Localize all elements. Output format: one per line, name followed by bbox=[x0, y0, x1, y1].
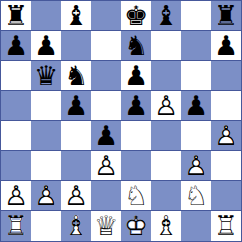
square-h5[interactable] bbox=[211, 91, 241, 121]
square-a1[interactable]: ♜♖ bbox=[1, 211, 31, 241]
square-c4[interactable] bbox=[61, 121, 91, 151]
square-b5[interactable] bbox=[31, 91, 61, 121]
square-b3[interactable] bbox=[31, 151, 61, 181]
square-d4[interactable]: ♟ bbox=[91, 121, 121, 151]
square-h2[interactable] bbox=[211, 181, 241, 211]
piece-white-bishop: ♝♗ bbox=[61, 211, 91, 241]
square-f7[interactable] bbox=[151, 31, 181, 61]
square-b2[interactable]: ♟♙ bbox=[31, 181, 61, 211]
square-h1[interactable]: ♜♖ bbox=[211, 211, 241, 241]
piece-white-queen: ♛♕ bbox=[91, 211, 121, 241]
square-a8[interactable]: ♜ bbox=[1, 1, 31, 31]
square-h8[interactable]: ♜ bbox=[211, 1, 241, 31]
square-h3[interactable] bbox=[211, 151, 241, 181]
square-c7[interactable] bbox=[61, 31, 91, 61]
piece-outline-layer: ♖ bbox=[214, 211, 238, 241]
square-a6[interactable] bbox=[1, 61, 31, 91]
square-f3[interactable] bbox=[151, 151, 181, 181]
square-e4[interactable] bbox=[121, 121, 151, 151]
piece-white-pawn: ♟♙ bbox=[91, 151, 121, 181]
square-g1[interactable] bbox=[181, 211, 211, 241]
piece-white-pawn: ♟♙ bbox=[31, 181, 61, 211]
piece-white-rook: ♜♖ bbox=[211, 211, 241, 241]
piece-black-rook: ♜ bbox=[211, 1, 241, 31]
square-d2[interactable] bbox=[91, 181, 121, 211]
square-b1[interactable] bbox=[31, 211, 61, 241]
square-d1[interactable]: ♛♕ bbox=[91, 211, 121, 241]
piece-outline-layer: ♘ bbox=[184, 181, 208, 211]
piece-black-pawn: ♟ bbox=[121, 91, 151, 121]
piece-black-pawn: ♟ bbox=[91, 121, 121, 151]
square-c3[interactable] bbox=[61, 151, 91, 181]
square-e5[interactable]: ♟ bbox=[121, 91, 151, 121]
square-f5[interactable]: ♟♙ bbox=[151, 91, 181, 121]
piece-white-king: ♚♔ bbox=[121, 211, 151, 241]
square-a7[interactable]: ♟ bbox=[1, 31, 31, 61]
square-c6[interactable]: ♞ bbox=[61, 61, 91, 91]
square-f4[interactable] bbox=[151, 121, 181, 151]
piece-black-pawn: ♟ bbox=[181, 91, 211, 121]
piece-outline-layer: ♙ bbox=[214, 121, 238, 151]
square-c5[interactable]: ♟ bbox=[61, 91, 91, 121]
piece-black-queen: ♛ bbox=[31, 61, 61, 91]
square-h7[interactable]: ♟ bbox=[211, 31, 241, 61]
piece-white-pawn: ♟♙ bbox=[211, 121, 241, 151]
square-g7[interactable] bbox=[181, 31, 211, 61]
square-a2[interactable]: ♟♙ bbox=[1, 181, 31, 211]
piece-outline-layer: ♙ bbox=[4, 181, 28, 211]
square-c8[interactable]: ♝ bbox=[61, 1, 91, 31]
square-f6[interactable] bbox=[151, 61, 181, 91]
piece-outline-layer: ♗ bbox=[64, 211, 88, 241]
square-b7[interactable]: ♟ bbox=[31, 31, 61, 61]
piece-white-knight: ♞♘ bbox=[121, 181, 151, 211]
square-a3[interactable] bbox=[1, 151, 31, 181]
piece-outline-layer: ♔ bbox=[124, 211, 148, 241]
square-g2[interactable]: ♞♘ bbox=[181, 181, 211, 211]
piece-black-king: ♚ bbox=[121, 1, 151, 31]
square-b4[interactable] bbox=[31, 121, 61, 151]
piece-outline-layer: ♖ bbox=[4, 211, 28, 241]
square-d7[interactable] bbox=[91, 31, 121, 61]
piece-white-pawn: ♟♙ bbox=[181, 151, 211, 181]
piece-white-pawn: ♟♙ bbox=[61, 181, 91, 211]
square-f2[interactable] bbox=[151, 181, 181, 211]
piece-black-pawn: ♟ bbox=[31, 31, 61, 61]
piece-black-bishop: ♝ bbox=[151, 1, 181, 31]
square-c2[interactable]: ♟♙ bbox=[61, 181, 91, 211]
piece-black-pawn: ♟ bbox=[121, 61, 151, 91]
piece-white-rook: ♜♖ bbox=[1, 211, 31, 241]
piece-outline-layer: ♙ bbox=[184, 151, 208, 181]
piece-outline-layer: ♙ bbox=[154, 91, 178, 121]
piece-black-pawn: ♟ bbox=[1, 31, 31, 61]
piece-outline-layer: ♕ bbox=[94, 211, 118, 241]
square-e6[interactable]: ♟ bbox=[121, 61, 151, 91]
piece-black-pawn: ♟ bbox=[211, 31, 241, 61]
square-e8[interactable]: ♚ bbox=[121, 1, 151, 31]
piece-outline-layer: ♙ bbox=[34, 181, 58, 211]
square-e7[interactable]: ♞ bbox=[121, 31, 151, 61]
square-f1[interactable]: ♝♗ bbox=[151, 211, 181, 241]
piece-white-pawn: ♟♙ bbox=[151, 91, 181, 121]
square-d5[interactable] bbox=[91, 91, 121, 121]
square-f8[interactable]: ♝ bbox=[151, 1, 181, 31]
piece-black-pawn: ♟ bbox=[61, 91, 91, 121]
piece-outline-layer: ♙ bbox=[64, 181, 88, 211]
square-g5[interactable]: ♟ bbox=[181, 91, 211, 121]
square-b8[interactable] bbox=[31, 1, 61, 31]
piece-black-knight: ♞ bbox=[121, 31, 151, 61]
square-g6[interactable] bbox=[181, 61, 211, 91]
piece-white-pawn: ♟♙ bbox=[1, 181, 31, 211]
square-d6[interactable] bbox=[91, 61, 121, 91]
piece-white-knight: ♞♘ bbox=[181, 181, 211, 211]
piece-outline-layer: ♘ bbox=[124, 181, 148, 211]
square-b6[interactable]: ♛ bbox=[31, 61, 61, 91]
square-g4[interactable] bbox=[181, 121, 211, 151]
piece-black-rook: ♜ bbox=[1, 1, 31, 31]
piece-black-bishop: ♝ bbox=[61, 1, 91, 31]
square-c1[interactable]: ♝♗ bbox=[61, 211, 91, 241]
square-e3[interactable] bbox=[121, 151, 151, 181]
square-g8[interactable] bbox=[181, 1, 211, 31]
square-a5[interactable] bbox=[1, 91, 31, 121]
chess-board: ♜♝♚♝♜♟♟♞♟♛♞♟♟♟♟♙♟♟♟♙♟♙♟♙♟♙♟♙♟♙♞♘♞♘♜♖♝♗♛♕… bbox=[0, 0, 242, 242]
square-h6[interactable] bbox=[211, 61, 241, 91]
square-d8[interactable] bbox=[91, 1, 121, 31]
square-g3[interactable]: ♟♙ bbox=[181, 151, 211, 181]
square-d3[interactable]: ♟♙ bbox=[91, 151, 121, 181]
square-e2[interactable]: ♞♘ bbox=[121, 181, 151, 211]
piece-outline-layer: ♙ bbox=[94, 151, 118, 181]
square-h4[interactable]: ♟♙ bbox=[211, 121, 241, 151]
piece-black-knight: ♞ bbox=[61, 61, 91, 91]
piece-outline-layer: ♗ bbox=[154, 211, 178, 241]
square-e1[interactable]: ♚♔ bbox=[121, 211, 151, 241]
square-a4[interactable] bbox=[1, 121, 31, 151]
piece-white-bishop: ♝♗ bbox=[151, 211, 181, 241]
